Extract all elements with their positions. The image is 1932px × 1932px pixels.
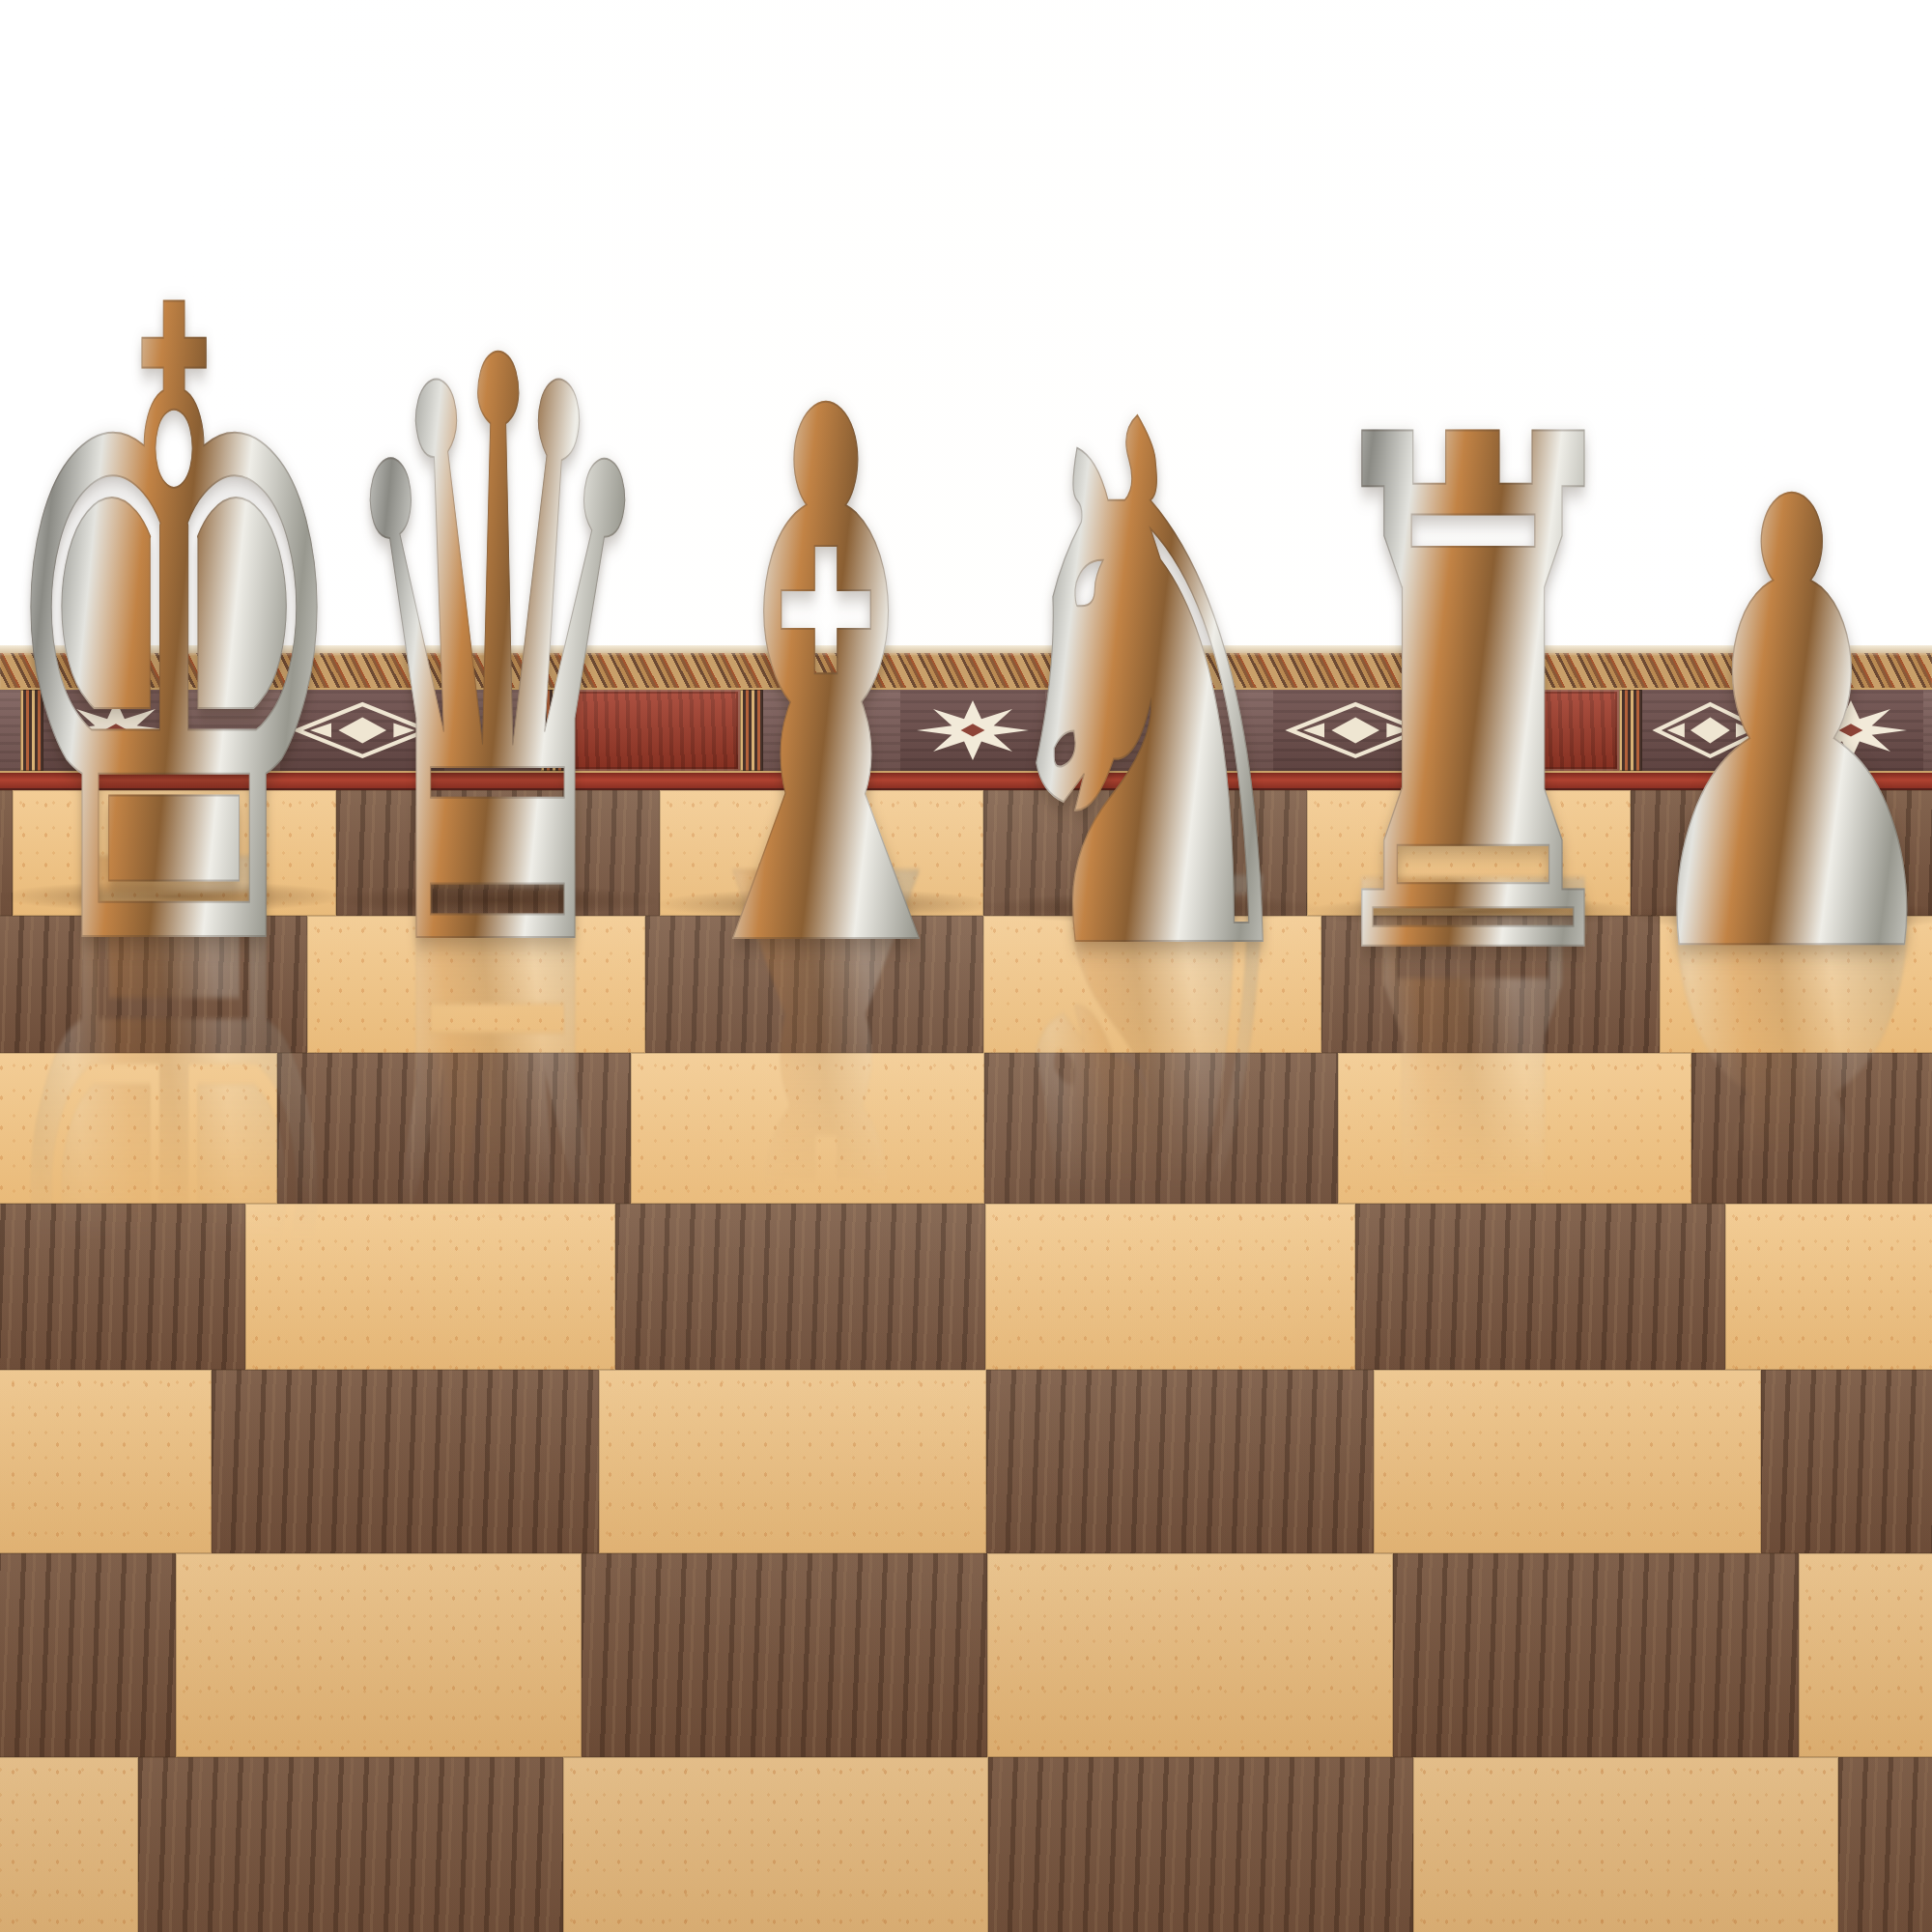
product-photo-stage: ♚♚♛♛♝♝♞♞♜♜♟♟ bbox=[0, 0, 1932, 1932]
pieces-layer: ♚♚♛♛♝♝♞♞♜♜♟♟ bbox=[0, 0, 1932, 1932]
piece-bishop[interactable]: ♝ bbox=[648, 317, 1004, 1051]
piece-knight[interactable]: ♞ bbox=[972, 332, 1326, 1052]
piece-rook[interactable]: ♜ bbox=[1296, 348, 1650, 1053]
piece-queen[interactable]: ♛ bbox=[328, 259, 667, 1061]
piece-pawn[interactable]: ♟ bbox=[1620, 421, 1932, 1039]
piece-king[interactable]: ♚ bbox=[0, 201, 357, 1070]
